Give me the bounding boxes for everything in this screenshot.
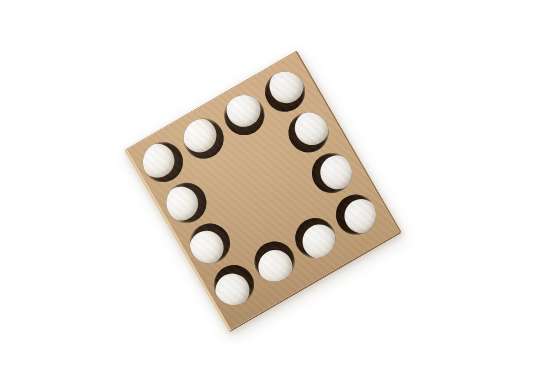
white-ball [183,224,229,270]
white-ball [296,218,342,264]
white-ball [314,148,360,194]
hole-r1c0 [159,175,214,230]
hole-r2c0 [183,216,238,271]
hole-r2c3 [305,145,360,200]
product-photo-canvas [0,0,540,390]
white-ball [263,64,309,110]
hole-r3c1 [247,234,302,289]
hole-r0c1 [176,111,231,166]
hole-r0c2 [217,87,272,142]
white-ball [177,112,223,158]
white-ball [159,180,205,226]
hole-r3c2 [288,210,343,265]
white-ball [209,266,255,312]
hole-r3c0 [207,257,262,312]
white-ball [338,192,384,238]
white-ball [289,105,335,151]
white-ball [220,87,266,133]
hole-r3c3 [329,187,384,242]
hole-r1c3 [281,104,336,159]
hole-r0c0 [136,134,191,189]
white-ball [136,137,182,183]
hole-r0c3 [258,64,313,119]
cardboard-board [124,50,403,333]
white-ball [252,243,298,289]
